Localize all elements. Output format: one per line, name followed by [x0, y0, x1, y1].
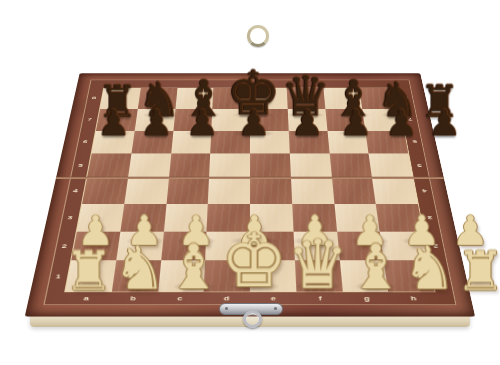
square-d8 [213, 88, 250, 109]
square-e6 [250, 131, 290, 154]
square-d5 [209, 154, 250, 178]
square-h6 [366, 131, 409, 154]
square-f5 [290, 154, 332, 178]
square-h7 [362, 109, 404, 131]
square-g5 [329, 154, 372, 178]
piece-white-king-d1: ♚ [221, 224, 288, 299]
piece-white-bishop-f1: ♝ [348, 237, 403, 298]
square-c5 [169, 154, 211, 178]
piece-white-queen-e1: ♛ [288, 231, 349, 299]
product-photo: 87654321 87654321 abcdefgh ♜♞♝♚♛♝♞♜♟♟♟♟♟… [0, 0, 500, 365]
square-a7 [96, 109, 138, 131]
square-b7 [134, 109, 175, 131]
square-g8 [323, 88, 362, 109]
piece-white-knight-b1: ♞ [113, 239, 166, 298]
chess-board: 87654321 87654321 abcdefgh ♜♞♝♚♛♝♞♜♟♟♟♟♟… [25, 73, 476, 317]
square-g6 [327, 131, 369, 154]
piece-white-bishop-c1: ♝ [166, 237, 221, 298]
piece-white-rook-a1: ♜ [64, 243, 113, 297]
front-latch [214, 300, 286, 326]
square-b5 [128, 154, 171, 178]
square-c8 [175, 88, 213, 109]
square-d6 [210, 131, 250, 154]
square-f8 [286, 88, 324, 109]
square-h5 [369, 154, 413, 178]
piece-cell-b1: ♞ [113, 246, 170, 292]
square-a6 [92, 131, 135, 154]
square-e8 [250, 88, 287, 109]
square-c6 [171, 131, 212, 154]
square-d7 [211, 109, 250, 131]
piece-white-rook-h1: ♜ [456, 243, 500, 297]
square-a5 [87, 154, 131, 178]
piece-cell-h7: ♟ [420, 119, 465, 138]
square-c7 [173, 109, 213, 131]
square-b6 [131, 131, 173, 154]
piece-cell-a1: ♜ [64, 246, 119, 292]
piece-black-pawn-h7: ♟ [428, 106, 460, 142]
piece-cell-f1: ♝ [344, 246, 404, 292]
piece-cell-g1: ♞ [396, 246, 456, 292]
piece-white-knight-g1: ♞ [403, 239, 456, 298]
square-f6 [289, 131, 330, 154]
square-f7 [287, 109, 327, 131]
square-a8 [100, 88, 140, 109]
square-h8 [359, 88, 399, 109]
rear-latch-ring-icon [247, 25, 269, 47]
latch-ring-icon [243, 310, 262, 328]
piece-cell-e1: ♛ [286, 246, 349, 292]
square-b8 [138, 88, 177, 109]
piece-cell-c1: ♝ [166, 246, 222, 292]
square-e7 [250, 109, 289, 131]
piece-cell-d1: ♚ [221, 246, 288, 292]
square-g7 [325, 109, 366, 131]
square-e5 [250, 154, 291, 178]
